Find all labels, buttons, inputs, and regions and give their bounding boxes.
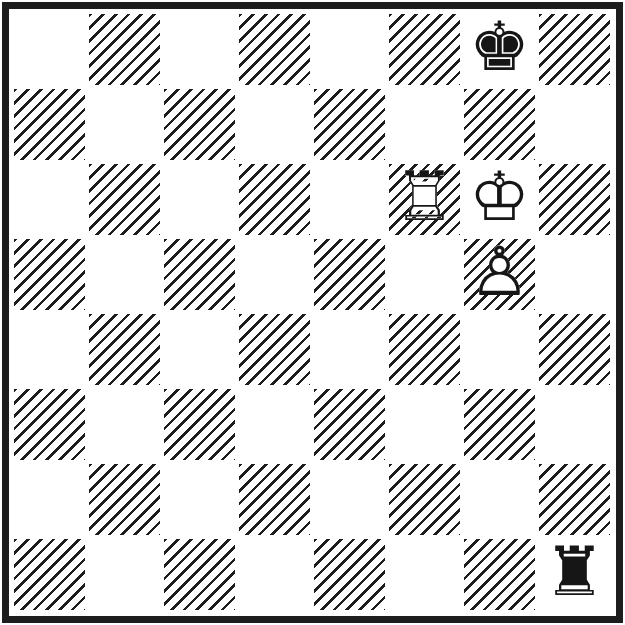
square-b4[interactable] xyxy=(87,312,162,387)
square-d6[interactable] xyxy=(237,162,312,237)
square-h8[interactable] xyxy=(537,12,612,87)
square-c5[interactable] xyxy=(162,237,237,312)
white-king-glyph: ♔ xyxy=(469,163,530,231)
square-f5[interactable] xyxy=(387,237,462,312)
square-g2[interactable] xyxy=(462,462,537,537)
square-g8[interactable]: ♚ xyxy=(462,12,537,87)
square-g1[interactable] xyxy=(462,537,537,612)
square-a4[interactable] xyxy=(12,312,87,387)
piece-white-king[interactable]: ♚♔ xyxy=(462,162,537,237)
piece-black-king[interactable]: ♚ xyxy=(462,12,537,87)
square-h2[interactable] xyxy=(537,462,612,537)
board-frame: ♚♜♖♚♔♟♙♜ xyxy=(2,2,623,623)
square-a8[interactable] xyxy=(12,12,87,87)
black-king-glyph: ♚ xyxy=(469,13,530,81)
square-b7[interactable] xyxy=(87,87,162,162)
square-h4[interactable] xyxy=(537,312,612,387)
black-rook-glyph: ♜ xyxy=(544,538,605,606)
square-g6[interactable]: ♚♔ xyxy=(462,162,537,237)
square-f2[interactable] xyxy=(387,462,462,537)
square-a1[interactable] xyxy=(12,537,87,612)
square-d5[interactable] xyxy=(237,237,312,312)
chess-board: ♚♜♖♚♔♟♙♜ xyxy=(12,12,612,612)
square-e2[interactable] xyxy=(312,462,387,537)
square-f6[interactable]: ♜♖ xyxy=(387,162,462,237)
square-f3[interactable] xyxy=(387,387,462,462)
square-a5[interactable] xyxy=(12,237,87,312)
white-pawn-glyph: ♙ xyxy=(469,238,530,306)
square-e7[interactable] xyxy=(312,87,387,162)
square-d7[interactable] xyxy=(237,87,312,162)
square-d4[interactable] xyxy=(237,312,312,387)
square-b3[interactable] xyxy=(87,387,162,462)
square-f1[interactable] xyxy=(387,537,462,612)
square-e8[interactable] xyxy=(312,12,387,87)
square-c1[interactable] xyxy=(162,537,237,612)
piece-white-rook[interactable]: ♜♖ xyxy=(389,164,460,235)
square-a7[interactable] xyxy=(12,87,87,162)
white-rook-glyph: ♖ xyxy=(394,163,455,231)
square-h5[interactable] xyxy=(537,237,612,312)
square-c6[interactable] xyxy=(162,162,237,237)
square-b2[interactable] xyxy=(87,462,162,537)
square-h7[interactable] xyxy=(537,87,612,162)
square-e1[interactable] xyxy=(312,537,387,612)
square-d3[interactable] xyxy=(237,387,312,462)
square-e5[interactable] xyxy=(312,237,387,312)
square-c3[interactable] xyxy=(162,387,237,462)
square-a3[interactable] xyxy=(12,387,87,462)
piece-black-rook[interactable]: ♜ xyxy=(537,537,612,612)
square-c2[interactable] xyxy=(162,462,237,537)
square-h3[interactable] xyxy=(537,387,612,462)
square-e4[interactable] xyxy=(312,312,387,387)
square-a6[interactable] xyxy=(12,162,87,237)
square-g7[interactable] xyxy=(462,87,537,162)
square-h1[interactable]: ♜ xyxy=(537,537,612,612)
square-d1[interactable] xyxy=(237,537,312,612)
square-d8[interactable] xyxy=(237,12,312,87)
square-e6[interactable] xyxy=(312,162,387,237)
square-f4[interactable] xyxy=(387,312,462,387)
square-a2[interactable] xyxy=(12,462,87,537)
square-c8[interactable] xyxy=(162,12,237,87)
square-h6[interactable] xyxy=(537,162,612,237)
square-b5[interactable] xyxy=(87,237,162,312)
square-b8[interactable] xyxy=(87,12,162,87)
chess-diagram: ♚♜♖♚♔♟♙♜ xyxy=(0,0,625,625)
square-g3[interactable] xyxy=(462,387,537,462)
square-e3[interactable] xyxy=(312,387,387,462)
square-f7[interactable] xyxy=(387,87,462,162)
square-g5[interactable]: ♟♙ xyxy=(462,237,537,312)
square-b6[interactable] xyxy=(87,162,162,237)
square-c4[interactable] xyxy=(162,312,237,387)
piece-white-pawn[interactable]: ♟♙ xyxy=(464,239,535,310)
square-b1[interactable] xyxy=(87,537,162,612)
square-c7[interactable] xyxy=(162,87,237,162)
square-f8[interactable] xyxy=(387,12,462,87)
square-g4[interactable] xyxy=(462,312,537,387)
square-d2[interactable] xyxy=(237,462,312,537)
